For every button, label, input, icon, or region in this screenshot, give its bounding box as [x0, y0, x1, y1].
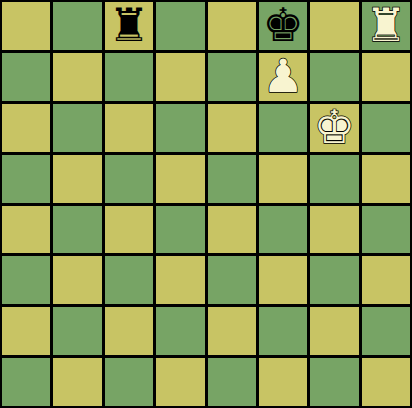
square-e4[interactable] — [208, 206, 256, 254]
square-d4[interactable] — [156, 206, 204, 254]
square-e3[interactable] — [208, 256, 256, 304]
square-f6[interactable] — [259, 104, 307, 152]
square-b8[interactable] — [53, 2, 101, 50]
square-b2[interactable] — [53, 307, 101, 355]
square-g2[interactable] — [310, 307, 358, 355]
square-g7[interactable] — [310, 53, 358, 101]
square-b4[interactable] — [53, 206, 101, 254]
square-h2[interactable] — [362, 307, 410, 355]
square-e7[interactable] — [208, 53, 256, 101]
square-g6[interactable]: ♚ — [310, 104, 358, 152]
square-h7[interactable] — [362, 53, 410, 101]
square-g3[interactable] — [310, 256, 358, 304]
square-c4[interactable] — [105, 206, 153, 254]
square-a6[interactable] — [2, 104, 50, 152]
square-a1[interactable] — [2, 358, 50, 406]
square-f7[interactable]: ♟ — [259, 53, 307, 101]
square-d7[interactable] — [156, 53, 204, 101]
square-e5[interactable] — [208, 155, 256, 203]
square-c8[interactable]: ♜ — [105, 2, 153, 50]
square-a3[interactable] — [2, 256, 50, 304]
square-g4[interactable] — [310, 206, 358, 254]
square-c7[interactable] — [105, 53, 153, 101]
square-a2[interactable] — [2, 307, 50, 355]
square-e1[interactable] — [208, 358, 256, 406]
square-f8[interactable]: ♚ — [259, 2, 307, 50]
black-rook[interactable]: ♜ — [108, 2, 149, 48]
square-g8[interactable] — [310, 2, 358, 50]
square-c6[interactable] — [105, 104, 153, 152]
square-d6[interactable] — [156, 104, 204, 152]
square-h6[interactable] — [362, 104, 410, 152]
black-king[interactable]: ♚ — [262, 2, 303, 48]
square-a5[interactable] — [2, 155, 50, 203]
square-f2[interactable] — [259, 307, 307, 355]
square-c2[interactable] — [105, 307, 153, 355]
square-e2[interactable] — [208, 307, 256, 355]
square-h8[interactable]: ♜ — [362, 2, 410, 50]
square-c1[interactable] — [105, 358, 153, 406]
square-f3[interactable] — [259, 256, 307, 304]
square-a4[interactable] — [2, 206, 50, 254]
square-a7[interactable] — [2, 53, 50, 101]
square-c3[interactable] — [105, 256, 153, 304]
square-b3[interactable] — [53, 256, 101, 304]
white-pawn[interactable]: ♟ — [262, 53, 303, 99]
square-c5[interactable] — [105, 155, 153, 203]
square-h3[interactable] — [362, 256, 410, 304]
white-rook[interactable]: ♜ — [365, 2, 406, 48]
square-h5[interactable] — [362, 155, 410, 203]
square-d8[interactable] — [156, 2, 204, 50]
square-d1[interactable] — [156, 358, 204, 406]
chess-board-frame: ♜♚♜♟♚ — [0, 0, 412, 408]
square-f5[interactable] — [259, 155, 307, 203]
square-b6[interactable] — [53, 104, 101, 152]
square-e6[interactable] — [208, 104, 256, 152]
square-d3[interactable] — [156, 256, 204, 304]
square-e8[interactable] — [208, 2, 256, 50]
square-h4[interactable] — [362, 206, 410, 254]
square-a8[interactable] — [2, 2, 50, 50]
chess-board: ♜♚♜♟♚ — [2, 2, 410, 406]
square-d2[interactable] — [156, 307, 204, 355]
square-b5[interactable] — [53, 155, 101, 203]
square-d5[interactable] — [156, 155, 204, 203]
square-f1[interactable] — [259, 358, 307, 406]
square-g5[interactable] — [310, 155, 358, 203]
square-f4[interactable] — [259, 206, 307, 254]
square-g1[interactable] — [310, 358, 358, 406]
square-b1[interactable] — [53, 358, 101, 406]
square-h1[interactable] — [362, 358, 410, 406]
square-b7[interactable] — [53, 53, 101, 101]
white-king[interactable]: ♚ — [314, 104, 355, 150]
